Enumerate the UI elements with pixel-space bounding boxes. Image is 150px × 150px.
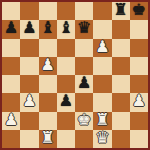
square-g5[interactable]: [112, 57, 130, 75]
square-g1[interactable]: [112, 130, 130, 148]
piece-white-rook[interactable]: ♜: [95, 112, 109, 128]
square-d6[interactable]: [57, 39, 75, 57]
piece-black-pawn[interactable]: ♟: [22, 20, 36, 36]
square-h4[interactable]: [130, 75, 148, 93]
square-c2[interactable]: [39, 112, 57, 130]
square-h6[interactable]: [130, 39, 148, 57]
piece-black-bishop[interactable]: ♝: [40, 20, 54, 36]
piece-black-queen[interactable]: ♛: [77, 20, 91, 36]
square-e3[interactable]: [75, 93, 93, 111]
square-f8[interactable]: [93, 2, 111, 20]
piece-white-pawn[interactable]: ♟: [132, 93, 146, 109]
square-d7[interactable]: ♝: [57, 20, 75, 38]
square-b3[interactable]: ♟: [20, 93, 38, 111]
square-h3[interactable]: ♟: [130, 93, 148, 111]
square-c6[interactable]: [39, 39, 57, 57]
piece-black-pawn[interactable]: ♟: [59, 93, 73, 109]
piece-black-pawn[interactable]: ♟: [4, 20, 18, 36]
square-f5[interactable]: [93, 57, 111, 75]
square-e6[interactable]: [75, 39, 93, 57]
square-c8[interactable]: [39, 2, 57, 20]
chess-board-frame: ♜♚♟♟♝♝♛♟♟♟♟♟♟♟♚♜♜♛: [0, 0, 150, 150]
square-f7[interactable]: [93, 20, 111, 38]
square-b8[interactable]: [20, 2, 38, 20]
square-a6[interactable]: [2, 39, 20, 57]
square-d4[interactable]: [57, 75, 75, 93]
square-f4[interactable]: [93, 75, 111, 93]
square-a4[interactable]: [2, 75, 20, 93]
piece-white-pawn[interactable]: ♟: [4, 112, 18, 128]
square-d2[interactable]: [57, 112, 75, 130]
square-e1[interactable]: [75, 130, 93, 148]
square-c3[interactable]: [39, 93, 57, 111]
square-e2[interactable]: ♚: [75, 112, 93, 130]
square-b7[interactable]: ♟: [20, 20, 38, 38]
square-g2[interactable]: [112, 112, 130, 130]
square-c4[interactable]: [39, 75, 57, 93]
square-b5[interactable]: [20, 57, 38, 75]
square-g8[interactable]: ♜: [112, 2, 130, 20]
square-h7[interactable]: [130, 20, 148, 38]
piece-black-pawn[interactable]: ♟: [77, 75, 91, 91]
piece-white-queen[interactable]: ♛: [95, 130, 109, 146]
square-h2[interactable]: [130, 112, 148, 130]
square-e7[interactable]: ♛: [75, 20, 93, 38]
square-a7[interactable]: ♟: [2, 20, 20, 38]
piece-white-rook[interactable]: ♜: [40, 130, 54, 146]
piece-white-pawn[interactable]: ♟: [40, 57, 54, 73]
piece-white-pawn[interactable]: ♟: [22, 93, 36, 109]
square-d8[interactable]: [57, 2, 75, 20]
square-f3[interactable]: [93, 93, 111, 111]
square-c5[interactable]: ♟: [39, 57, 57, 75]
piece-black-bishop[interactable]: ♝: [59, 20, 73, 36]
square-g4[interactable]: [112, 75, 130, 93]
square-g6[interactable]: [112, 39, 130, 57]
square-e8[interactable]: [75, 2, 93, 20]
square-b2[interactable]: [20, 112, 38, 130]
piece-white-pawn[interactable]: ♟: [95, 39, 109, 55]
piece-white-king[interactable]: ♚: [77, 112, 91, 128]
square-a5[interactable]: [2, 57, 20, 75]
square-e4[interactable]: ♟: [75, 75, 93, 93]
square-f1[interactable]: ♛: [93, 130, 111, 148]
square-f6[interactable]: ♟: [93, 39, 111, 57]
square-b6[interactable]: [20, 39, 38, 57]
square-d1[interactable]: [57, 130, 75, 148]
piece-black-rook[interactable]: ♜: [113, 2, 127, 18]
square-h5[interactable]: [130, 57, 148, 75]
square-a2[interactable]: ♟: [2, 112, 20, 130]
square-c7[interactable]: ♝: [39, 20, 57, 38]
square-c1[interactable]: ♜: [39, 130, 57, 148]
piece-black-king[interactable]: ♚: [132, 2, 146, 18]
square-e5[interactable]: [75, 57, 93, 75]
square-b4[interactable]: [20, 75, 38, 93]
square-a1[interactable]: [2, 130, 20, 148]
square-h1[interactable]: [130, 130, 148, 148]
square-g3[interactable]: [112, 93, 130, 111]
square-a3[interactable]: [2, 93, 20, 111]
square-f2[interactable]: ♜: [93, 112, 111, 130]
square-h8[interactable]: ♚: [130, 2, 148, 20]
square-d3[interactable]: ♟: [57, 93, 75, 111]
square-a8[interactable]: [2, 2, 20, 20]
square-d5[interactable]: [57, 57, 75, 75]
square-g7[interactable]: [112, 20, 130, 38]
square-b1[interactable]: [20, 130, 38, 148]
chess-board: ♜♚♟♟♝♝♛♟♟♟♟♟♟♟♚♜♜♛: [2, 2, 148, 148]
